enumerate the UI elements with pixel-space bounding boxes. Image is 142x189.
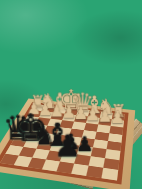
- board-frame: ♜♞♝♚♛♝♞♜♟♟♟♟♟♟♟♟♛♚♞♝♟♟♟: [0, 98, 135, 189]
- photo-scene: ♜♞♝♚♛♝♞♜♟♟♟♟♟♟♟♟♛♚♞♝♟♟♟: [0, 0, 142, 189]
- square-d7[interactable]: ♟: [60, 152, 77, 163]
- board-squares-grid: ♜♞♝♚♛♝♞♜♟♟♟♟♟♟♟♟♛♚♞♝♟♟♟: [0, 102, 129, 185]
- square-a4[interactable]: [108, 133, 122, 142]
- square-a8[interactable]: [101, 168, 118, 181]
- square-b8[interactable]: [86, 166, 103, 178]
- square-a2[interactable]: ♟: [111, 119, 124, 127]
- piece-white-pawn[interactable]: ♟: [109, 109, 124, 126]
- piece-black-pawn[interactable]: ♟: [54, 132, 81, 162]
- chess-board: ♜♞♝♚♛♝♞♜♟♟♟♟♟♟♟♟♛♚♞♝♟♟♟: [0, 98, 135, 189]
